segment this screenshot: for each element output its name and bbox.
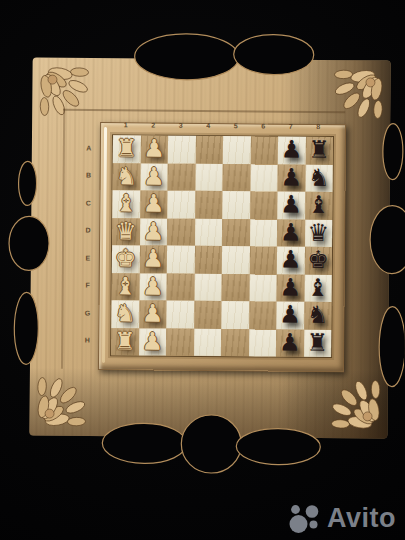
chess-piece-bB: ♝ xyxy=(308,192,330,219)
square-c1: ♝ xyxy=(112,190,140,218)
chess-piece-wR: ♜ xyxy=(116,135,138,162)
square-a3 xyxy=(168,136,196,164)
chess-piece-bN: ♞ xyxy=(308,165,330,192)
chess-piece-bP: ♟ xyxy=(280,247,302,274)
square-e1: ♚ xyxy=(112,245,140,273)
square-b4 xyxy=(195,163,223,191)
chess-piece-wP: ♟ xyxy=(143,191,165,218)
chess-piece-wB: ♝ xyxy=(115,273,137,300)
square-g8: ♞ xyxy=(304,302,332,330)
chess-piece-bP: ♟ xyxy=(279,329,301,356)
photo-background: ♜♟♟♜♞♟♟♞♝♟♟♝♛♟♟♛♚♟♟♚♝♟♟♝♞♟♟♞♜♟♟♜ ABCDEFG… xyxy=(0,0,405,540)
square-d4 xyxy=(195,218,223,246)
file-label: E xyxy=(82,254,94,261)
square-b2: ♟ xyxy=(140,163,168,191)
chess-piece-wP: ♟ xyxy=(143,218,165,245)
file-label: H xyxy=(81,337,93,344)
chess-piece-bP: ♟ xyxy=(279,302,301,329)
file-label: A xyxy=(83,144,95,151)
square-b8: ♞ xyxy=(305,164,333,192)
square-f2: ♟ xyxy=(139,273,167,301)
chess-piece-bP: ♟ xyxy=(280,219,302,246)
square-e8: ♚ xyxy=(304,247,332,275)
square-h4 xyxy=(194,328,222,356)
square-f7: ♟ xyxy=(277,274,305,302)
square-a8: ♜ xyxy=(305,137,333,165)
square-f8: ♝ xyxy=(304,274,332,302)
chess-piece-wN: ♞ xyxy=(114,300,136,327)
square-d8: ♛ xyxy=(305,219,333,247)
square-c2: ♟ xyxy=(140,190,168,218)
chess-piece-wB: ♝ xyxy=(115,190,137,217)
chess-piece-wP: ♟ xyxy=(142,328,164,355)
carved-chess-board: ♜♟♟♜♞♟♟♞♝♟♟♝♛♟♟♛♚♟♟♚♝♟♟♝♞♟♟♞♜♟♟♜ ABCDEFG… xyxy=(0,0,405,540)
chess-piece-bQ: ♛ xyxy=(308,220,330,247)
square-g7: ♟ xyxy=(276,302,304,330)
square-f5 xyxy=(222,274,250,302)
rank-label: 6 xyxy=(257,122,269,129)
chess-piece-bP: ♟ xyxy=(280,274,302,301)
square-a7: ♟ xyxy=(278,137,306,165)
square-c8: ♝ xyxy=(305,192,333,220)
square-d1: ♛ xyxy=(112,218,140,246)
watermark-brand-text: Avito xyxy=(327,505,396,532)
square-g5 xyxy=(221,301,249,329)
square-b3 xyxy=(168,163,196,191)
square-e7: ♟ xyxy=(277,247,305,275)
square-c7: ♟ xyxy=(277,192,305,220)
chess-piece-bP: ♟ xyxy=(280,192,302,219)
file-label: G xyxy=(81,309,93,316)
square-a5 xyxy=(223,136,251,164)
square-d2: ♟ xyxy=(140,218,168,246)
square-a2: ♟ xyxy=(140,135,168,163)
square-b6 xyxy=(250,164,278,192)
square-g2: ♟ xyxy=(139,300,167,328)
chess-piece-wK: ♚ xyxy=(115,245,137,272)
square-h2: ♟ xyxy=(139,328,167,356)
square-h1: ♜ xyxy=(111,328,139,356)
chess-piece-bP: ♟ xyxy=(280,164,302,191)
rank-label: 3 xyxy=(175,122,187,129)
chess-piece-bP: ♟ xyxy=(281,137,303,164)
rank-label: 1 xyxy=(120,121,132,128)
chess-board-grid: ♜♟♟♜♞♟♟♞♝♟♟♝♛♟♟♛♚♟♟♚♝♟♟♝♞♟♟♞♜♟♟♜ xyxy=(110,134,334,358)
square-d6 xyxy=(250,219,278,247)
chess-piece-bK: ♚ xyxy=(307,247,329,274)
square-a6 xyxy=(250,136,278,164)
square-d7: ♟ xyxy=(277,219,305,247)
chess-piece-bB: ♝ xyxy=(307,275,329,302)
square-d3 xyxy=(167,218,195,246)
square-h5 xyxy=(221,329,249,357)
chess-piece-bN: ♞ xyxy=(307,302,329,329)
square-c4 xyxy=(195,191,223,219)
chess-piece-wQ: ♛ xyxy=(115,218,137,245)
square-b1: ♞ xyxy=(113,163,141,191)
square-g4 xyxy=(194,301,222,329)
square-c5 xyxy=(222,191,250,219)
avito-logo-icon xyxy=(289,503,320,534)
square-h7: ♟ xyxy=(276,329,304,357)
chess-piece-wP: ♟ xyxy=(143,136,165,163)
square-h6 xyxy=(249,329,277,357)
square-a4 xyxy=(195,136,223,164)
watermark: Avito xyxy=(289,503,396,534)
square-h3 xyxy=(166,328,194,356)
square-c3 xyxy=(167,191,195,219)
square-d5 xyxy=(222,219,250,247)
square-e6 xyxy=(249,246,277,274)
square-e2: ♟ xyxy=(139,245,167,273)
chess-piece-bR: ♜ xyxy=(307,330,329,357)
chess-piece-wP: ♟ xyxy=(142,273,164,300)
file-label: F xyxy=(82,282,94,289)
square-h8: ♜ xyxy=(304,329,332,357)
square-b5 xyxy=(223,164,251,192)
square-f3 xyxy=(167,273,195,301)
square-e5 xyxy=(222,246,250,274)
square-c6 xyxy=(250,191,278,219)
rank-label: 5 xyxy=(230,122,242,129)
chess-piece-wN: ♞ xyxy=(116,163,138,190)
chess-piece-bR: ♜ xyxy=(308,137,330,164)
file-label: B xyxy=(83,172,95,179)
chess-piece-wR: ♜ xyxy=(114,328,136,355)
square-a1: ♜ xyxy=(113,135,141,163)
square-g1: ♞ xyxy=(111,300,139,328)
rank-label: 8 xyxy=(312,123,324,130)
square-f1: ♝ xyxy=(112,273,140,301)
rank-label: 2 xyxy=(147,121,159,128)
rank-label: 7 xyxy=(285,123,297,130)
square-b7: ♟ xyxy=(278,164,306,192)
chess-piece-wP: ♟ xyxy=(142,301,164,328)
file-label: D xyxy=(82,227,94,234)
square-e3 xyxy=(167,246,195,274)
chess-piece-wP: ♟ xyxy=(142,246,164,273)
rank-label: 4 xyxy=(202,122,214,129)
square-g3 xyxy=(166,301,194,329)
file-label: C xyxy=(82,199,94,206)
square-e4 xyxy=(194,246,222,274)
chess-piece-wP: ♟ xyxy=(143,163,165,190)
square-f6 xyxy=(249,274,277,302)
square-g6 xyxy=(249,301,277,329)
square-f4 xyxy=(194,273,222,301)
